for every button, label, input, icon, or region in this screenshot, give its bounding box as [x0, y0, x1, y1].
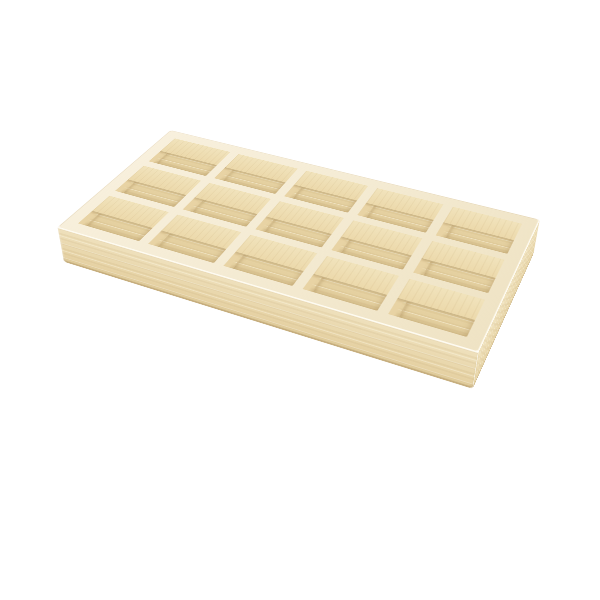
compartment-r3-c1 [78, 196, 169, 242]
product-photo [0, 0, 600, 600]
compartment-r3-c2 [148, 215, 241, 263]
